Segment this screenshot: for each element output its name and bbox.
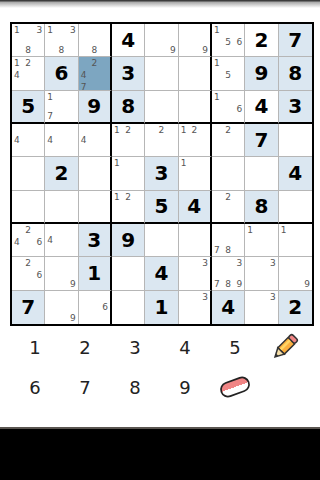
cell-r8c1[interactable]: 26	[12, 257, 45, 290]
pencil-mark-8: 8	[223, 278, 233, 290]
key-4[interactable]: 4	[160, 327, 210, 367]
pencil-mark-1: 1	[12, 57, 22, 69]
cell-r5c7[interactable]	[212, 157, 245, 190]
cell-value: 8	[288, 63, 302, 83]
cell-r2c6[interactable]	[179, 57, 212, 90]
sudoku-board: 1381388499156271246247315985179816434441…	[10, 22, 314, 326]
cell-r2c8[interactable]: 9	[245, 57, 278, 90]
cell-r4c3[interactable]: 4	[79, 124, 112, 157]
pencil-mark-9: 9	[68, 278, 78, 290]
cell-value: 1	[155, 297, 169, 317]
pencil-marks: 6	[79, 291, 110, 324]
pencil-marks: 4	[79, 124, 110, 156]
pencil-mark-2: 2	[23, 257, 33, 269]
pencil-mark-2: 2	[23, 57, 33, 69]
pencil-mark-4: 4	[12, 134, 22, 146]
pencil-marks: 124	[12, 57, 44, 89]
cell-r7c9[interactable]: 1	[279, 224, 312, 257]
pencil-marks: 15	[212, 57, 244, 89]
cell-value: 9	[87, 96, 101, 116]
pencil-marks: 246	[12, 224, 44, 256]
cell-r3c3[interactable]: 9	[79, 91, 112, 124]
pencil-mark-3: 3	[35, 24, 45, 36]
cell-value: 6	[55, 63, 69, 83]
cell-r3c6[interactable]	[179, 91, 212, 124]
cell-r1c7[interactable]: 156	[212, 24, 245, 57]
cell-r7c7[interactable]: 78	[212, 224, 245, 257]
cell-r6c2[interactable]	[45, 191, 78, 224]
cell-value: 7	[21, 297, 35, 317]
pencil-mark-4: 4	[12, 236, 22, 248]
cell-r6c4[interactable]: 12	[112, 191, 145, 224]
pencil-marks: 2	[212, 124, 244, 156]
cell-r8c9[interactable]: 9	[279, 257, 312, 290]
pencil-mark-2: 2	[223, 191, 233, 203]
pencil-mark-1: 1	[179, 157, 189, 169]
pencil-mark-4: 4	[12, 69, 22, 81]
cell-r6c1[interactable]	[12, 191, 45, 224]
pencil-mark-2: 2	[157, 124, 167, 136]
pencil-mark-3: 3	[235, 257, 245, 269]
cell-r6c6[interactable]: 4	[179, 191, 212, 224]
pencil-marks: 8	[79, 24, 110, 56]
cell-r1c8[interactable]: 2	[245, 24, 278, 57]
cell-value: 5	[21, 96, 35, 116]
pencil-mark-1: 1	[212, 24, 222, 36]
pencil-marks: 3	[179, 257, 210, 289]
cell-value: 1	[87, 263, 101, 283]
pencil-mark-3: 3	[200, 257, 210, 269]
key-5[interactable]: 5	[210, 327, 260, 367]
pencil-mark-2: 2	[123, 191, 133, 203]
cell-r8c8[interactable]: 3	[245, 257, 278, 290]
cell-r6c3[interactable]	[79, 191, 112, 224]
pencil-mark-7: 7	[212, 278, 222, 290]
cell-r5c6[interactable]: 1	[179, 157, 212, 190]
cell-value: 4	[288, 163, 302, 183]
pencil-mark-3: 3	[268, 291, 278, 303]
cell-value: 3	[288, 96, 302, 116]
pencil-mark-1: 1	[179, 124, 189, 136]
cell-r7c1[interactable]: 246	[12, 224, 45, 257]
cell-r8c4[interactable]	[112, 257, 145, 290]
pencil-mark-4: 4	[45, 234, 55, 246]
cell-r3c1[interactable]: 5	[12, 91, 45, 124]
cell-r4c7[interactable]: 2	[212, 124, 245, 157]
cell-value: 3	[87, 230, 101, 250]
pencil-mark-9: 9	[68, 312, 78, 324]
pencil-mark-7: 7	[212, 244, 222, 256]
pencil-marks: 26	[12, 257, 44, 289]
pencil-mark-8: 8	[223, 244, 233, 256]
cell-r2c9[interactable]: 8	[279, 57, 312, 90]
pencil-mark-2: 2	[23, 224, 33, 236]
cell-r2c7[interactable]: 15	[212, 57, 245, 90]
pencil-mark-2: 2	[223, 124, 233, 136]
pencil-mark-1: 1	[212, 91, 222, 103]
cell-value: 8	[121, 96, 135, 116]
pencil-marks: 4	[45, 224, 77, 256]
pencil-marks: 12	[112, 124, 144, 156]
cell-r4c6[interactable]: 12	[179, 124, 212, 157]
cell-r6c8[interactable]: 8	[245, 191, 278, 224]
cell-r9c6[interactable]: 3	[179, 291, 212, 324]
pencil-mark-3: 3	[68, 24, 78, 36]
pencil-mark-6: 6	[100, 301, 110, 313]
cell-r3c9[interactable]: 3	[279, 91, 312, 124]
cell-r4c4[interactable]: 12	[112, 124, 145, 157]
pencil-marks: 3	[245, 291, 277, 324]
cell-value: 3	[121, 63, 135, 83]
pencil-mark-6: 6	[235, 36, 245, 48]
pencil-marks: 1	[279, 224, 312, 256]
pencil-button[interactable]	[260, 327, 310, 367]
pencil-mark-1: 1	[45, 24, 55, 36]
pencil-mark-5: 5	[223, 69, 233, 81]
cell-r9c8[interactable]: 3	[245, 291, 278, 324]
cell-r9c3[interactable]: 6	[79, 291, 112, 324]
cell-r7c8[interactable]: 1	[245, 224, 278, 257]
cell-r1c1[interactable]: 138	[12, 24, 45, 57]
cell-r1c5[interactable]: 9	[145, 24, 178, 57]
cell-r5c3[interactable]	[79, 157, 112, 190]
cell-value: 9	[121, 230, 135, 250]
pencil-marks: 138	[45, 24, 77, 56]
cell-r5c2[interactable]: 2	[45, 157, 78, 190]
cell-value: 7	[255, 130, 269, 150]
cell-value: 4	[255, 96, 269, 116]
cell-r2c3[interactable]: 247	[79, 57, 112, 90]
cell-r4c9[interactable]	[279, 124, 312, 157]
pencil-mark-1: 1	[112, 124, 122, 136]
status-bar	[0, 0, 320, 8]
cell-r4c5[interactable]: 2	[145, 124, 178, 157]
cell-r7c2[interactable]: 4	[45, 224, 78, 257]
pencil-mark-9: 9	[235, 278, 245, 290]
cell-r5c9[interactable]: 4	[279, 157, 312, 190]
cell-r5c5[interactable]: 3	[145, 157, 178, 190]
cell-r7c6[interactable]	[179, 224, 212, 257]
pencil-mark-2: 2	[89, 57, 99, 69]
pencil-marks: 138	[12, 24, 44, 56]
pencil-mark-1: 1	[12, 24, 22, 36]
cell-r1c2[interactable]: 138	[45, 24, 78, 57]
pencil-mark-4: 4	[79, 134, 89, 146]
pencil-mark-4: 4	[45, 134, 55, 146]
cell-r1c6[interactable]: 9	[179, 24, 212, 57]
pencil-marks: 9	[279, 257, 312, 289]
pencil-mark-5: 5	[223, 36, 233, 48]
cell-r9c4[interactable]	[112, 291, 145, 324]
bottom-nav-bar	[0, 427, 320, 480]
cell-r6c5[interactable]: 5	[145, 191, 178, 224]
cell-value: 9	[255, 63, 269, 83]
cell-value: 4	[155, 263, 169, 283]
pencil-marks: 12	[112, 191, 144, 222]
cell-r4c1[interactable]: 4	[12, 124, 45, 157]
key-3[interactable]: 3	[110, 327, 160, 367]
cell-r9c1[interactable]: 7	[12, 291, 45, 324]
cell-r2c5[interactable]	[145, 57, 178, 90]
pencil-mark-1: 1	[45, 91, 55, 103]
pencil-mark-3: 3	[200, 291, 210, 303]
cell-value: 2	[255, 30, 269, 50]
cell-r1c4[interactable]: 4	[112, 24, 145, 57]
cell-r6c7[interactable]: 2	[212, 191, 245, 224]
cell-r7c5[interactable]	[145, 224, 178, 257]
pencil-marks: 2	[145, 124, 177, 156]
cell-value: 7	[288, 30, 302, 50]
pencil-mark-9: 9	[168, 44, 178, 56]
cell-r9c2[interactable]: 9	[45, 291, 78, 324]
cell-r8c7[interactable]: 3789	[212, 257, 245, 290]
pencil-mark-6: 6	[35, 236, 45, 248]
cell-value: 3	[155, 163, 169, 183]
pencil-mark-8: 8	[23, 44, 33, 56]
cell-value: 2	[55, 163, 69, 183]
cell-r3c5[interactable]	[145, 91, 178, 124]
pencil-marks: 78	[212, 224, 244, 256]
pencil-mark-9: 9	[302, 278, 312, 290]
cell-r5c1[interactable]	[12, 157, 45, 190]
pencil-icon	[268, 330, 302, 364]
pencil-marks: 1	[179, 157, 210, 189]
cell-value: 5	[155, 196, 169, 216]
pencil-marks: 156	[212, 24, 244, 56]
cell-r8c5[interactable]: 4	[145, 257, 178, 290]
cell-r9c9[interactable]: 2	[279, 291, 312, 324]
cell-r1c9[interactable]: 7	[279, 24, 312, 57]
pencil-mark-6: 6	[35, 269, 45, 281]
cell-value: 4	[187, 196, 201, 216]
cell-r2c2[interactable]: 6	[45, 57, 78, 90]
cell-r8c6[interactable]: 3	[179, 257, 212, 290]
pencil-marks: 247	[79, 57, 110, 89]
key-2[interactable]: 2	[60, 327, 110, 367]
keypad-spacer	[260, 367, 310, 407]
eraser-icon	[215, 372, 255, 402]
cell-r5c4[interactable]: 1	[112, 157, 145, 190]
cell-r2c4[interactable]: 3	[112, 57, 145, 90]
pencil-marks: 2	[212, 191, 244, 222]
pencil-marks: 9	[45, 291, 77, 324]
cell-r3c4[interactable]: 8	[112, 91, 145, 124]
cell-r9c7[interactable]: 4	[212, 291, 245, 324]
pencil-marks: 1	[112, 157, 144, 189]
cell-r4c2[interactable]: 4	[45, 124, 78, 157]
cell-value: 8	[255, 196, 269, 216]
pencil-mark-1: 1	[112, 157, 122, 169]
cell-r4c8[interactable]: 7	[245, 124, 278, 157]
pencil-marks: 9	[45, 257, 77, 289]
cell-r3c8[interactable]: 4	[245, 91, 278, 124]
pencil-marks: 4	[12, 124, 44, 156]
pencil-marks: 1	[245, 224, 277, 256]
cell-r7c3[interactable]: 3	[79, 224, 112, 257]
pencil-marks: 17	[45, 91, 77, 122]
key-9[interactable]: 9	[160, 367, 210, 407]
pencil-marks: 3	[245, 257, 277, 289]
cell-r3c2[interactable]: 17	[45, 91, 78, 124]
cell-r8c2[interactable]: 9	[45, 257, 78, 290]
cell-r2c1[interactable]: 124	[12, 57, 45, 90]
pencil-mark-6: 6	[235, 103, 245, 115]
key-1[interactable]: 1	[10, 327, 60, 367]
pencil-mark-4: 4	[79, 69, 89, 81]
cell-r5c8[interactable]	[245, 157, 278, 190]
pencil-mark-1: 1	[212, 57, 222, 69]
pencil-mark-7: 7	[45, 110, 55, 122]
key-8[interactable]: 8	[110, 367, 160, 407]
eraser-button[interactable]	[210, 367, 260, 407]
key-7[interactable]: 7	[60, 367, 110, 407]
pencil-mark-2: 2	[189, 124, 199, 136]
pencil-marks: 3	[179, 291, 210, 324]
cell-r1c3[interactable]: 8	[79, 24, 112, 57]
cell-value: 2	[288, 297, 302, 317]
cell-value: 4	[221, 297, 235, 317]
pencil-mark-3: 3	[268, 257, 278, 269]
pencil-marks: 12	[179, 124, 210, 156]
key-6[interactable]: 6	[10, 367, 60, 407]
cell-value: 4	[121, 30, 135, 50]
number-keypad: 1 2 3 4 5 6 7 8 9	[10, 327, 310, 407]
pencil-marks: 3789	[212, 257, 244, 289]
cell-r8c3[interactable]: 1	[79, 257, 112, 290]
pencil-marks: 9	[145, 24, 177, 56]
pencil-marks: 16	[212, 91, 244, 122]
pencil-marks: 4	[45, 124, 77, 156]
pencil-marks: 9	[179, 24, 210, 56]
cell-r6c9[interactable]	[279, 191, 312, 224]
pencil-mark-8: 8	[89, 44, 99, 56]
pencil-mark-1: 1	[279, 224, 289, 236]
pencil-mark-1: 1	[245, 224, 255, 236]
pencil-mark-8: 8	[57, 44, 67, 56]
pencil-mark-9: 9	[200, 44, 210, 56]
cell-r3c7[interactable]: 16	[212, 91, 245, 124]
cell-r7c4[interactable]: 9	[112, 224, 145, 257]
cell-r9c5[interactable]: 1	[145, 291, 178, 324]
pencil-mark-2: 2	[123, 124, 133, 136]
pencil-mark-1: 1	[112, 191, 122, 203]
app-screen: 1381388499156271246247315985179816434441…	[0, 0, 320, 480]
